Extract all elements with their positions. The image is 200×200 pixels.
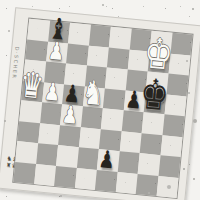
piece-black-king-g5[interactable]: ♚ [139,73,171,118]
square-e7[interactable] [107,47,129,69]
square-a2[interactable] [15,141,37,163]
square-g1[interactable] [136,173,158,195]
square-b1[interactable] [34,163,56,185]
square-d3[interactable] [78,127,100,149]
square-d1[interactable] [74,167,96,189]
square-c8[interactable] [68,23,90,45]
square-a3[interactable] [17,121,39,143]
piece-white-pawn-c4[interactable]: ♟ [61,102,79,127]
square-a7[interactable] [25,39,47,61]
piece-white-pawn-b5[interactable]: ♟ [43,79,61,104]
piece-black-pawn-e2[interactable]: ♟ [98,147,116,172]
square-b2[interactable] [36,143,58,165]
square-h2[interactable] [158,155,180,177]
square-e6[interactable] [105,67,127,89]
square-d7[interactable] [86,45,108,67]
square-d8[interactable] [88,25,110,47]
dust-specks [0,0,2,2]
piece-white-knight-d5[interactable]: ♞ [80,75,105,110]
square-f3[interactable] [119,131,141,153]
square-a8[interactable] [27,19,49,41]
square-g3[interactable] [140,133,162,155]
piece-white-pawn-b7[interactable]: ♟ [47,39,65,64]
piece-white-queen-a5[interactable]: ♛ [19,67,46,104]
chessboard-photo: D·SCHER ♞♝ ♜♛ ♝♟♚♛♟♟♞♟♚♟♟ [0,0,200,200]
square-d2[interactable] [76,147,98,169]
square-e4[interactable] [101,108,123,130]
square-c2[interactable] [56,145,78,167]
square-h1[interactable] [156,175,178,197]
board-brand-text: D·SCHER [11,46,20,79]
square-f2[interactable] [117,151,139,173]
square-c1[interactable] [54,165,76,187]
square-e8[interactable] [109,27,131,49]
square-e5[interactable] [103,88,125,110]
chess-board: D·SCHER ♞♝ ♜♛ ♝♟♚♛♟♟♞♟♚♟♟ [0,7,200,200]
square-b3[interactable] [38,123,60,145]
square-g2[interactable] [138,153,160,175]
square-h3[interactable] [160,135,182,157]
square-a1[interactable] [13,161,35,183]
square-c7[interactable] [66,43,88,65]
square-f1[interactable] [115,171,137,193]
